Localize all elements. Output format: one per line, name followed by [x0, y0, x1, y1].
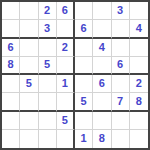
- cell-r3c2[interactable]: [20, 39, 38, 57]
- cell-r5c7[interactable]: [112, 75, 130, 93]
- cell-r5c4: 1: [57, 75, 75, 93]
- cell-r8c7[interactable]: [112, 130, 130, 148]
- cell-r8c4[interactable]: [57, 130, 75, 148]
- cell-r6c4[interactable]: [57, 93, 75, 111]
- cell-r8c1[interactable]: [2, 130, 20, 148]
- cell-r6c5: 5: [75, 93, 93, 111]
- cell-r4c6[interactable]: [93, 57, 111, 75]
- cell-r7c4: 5: [57, 112, 75, 130]
- cell-r2c2[interactable]: [20, 20, 38, 38]
- cell-r3c7[interactable]: [112, 39, 130, 57]
- cell-r2c4[interactable]: [57, 20, 75, 38]
- cell-r1c3: 2: [39, 2, 57, 20]
- cell-r8c8[interactable]: [130, 130, 148, 148]
- cell-r5c2: 5: [20, 75, 38, 93]
- cell-r6c3[interactable]: [39, 93, 57, 111]
- cell-r3c1: 6: [2, 39, 20, 57]
- cell-r2c7[interactable]: [112, 20, 130, 38]
- cell-r1c8[interactable]: [130, 2, 148, 20]
- cell-r6c2[interactable]: [20, 93, 38, 111]
- cell-r2c6[interactable]: [93, 20, 111, 38]
- cell-r7c6[interactable]: [93, 112, 111, 130]
- cell-r2c8: 4: [130, 20, 148, 38]
- cell-r5c3[interactable]: [39, 75, 57, 93]
- cell-r7c1[interactable]: [2, 112, 20, 130]
- cell-r2c3: 3: [39, 20, 57, 38]
- cell-r2c5: 6: [75, 20, 93, 38]
- cell-r1c4: 6: [57, 2, 75, 20]
- cell-r7c5[interactable]: [75, 112, 93, 130]
- cell-r4c4[interactable]: [57, 57, 75, 75]
- cell-r5c6: 6: [93, 75, 111, 93]
- cell-r3c8[interactable]: [130, 39, 148, 57]
- cell-r5c5[interactable]: [75, 75, 93, 93]
- cell-r3c6: 4: [93, 39, 111, 57]
- cell-r5c8: 2: [130, 75, 148, 93]
- cell-r1c2[interactable]: [20, 2, 38, 20]
- cell-r1c7: 3: [112, 2, 130, 20]
- cell-r4c7: 6: [112, 57, 130, 75]
- cell-r7c2[interactable]: [20, 112, 38, 130]
- cell-r1c5[interactable]: [75, 2, 93, 20]
- cell-r7c7[interactable]: [112, 112, 130, 130]
- cell-r4c1: 8: [2, 57, 20, 75]
- cell-r8c5: 1: [75, 130, 93, 148]
- cell-r1c1[interactable]: [2, 2, 20, 20]
- cell-r6c7: 7: [112, 93, 130, 111]
- cell-r1c6[interactable]: [93, 2, 111, 20]
- cell-r7c3[interactable]: [39, 112, 57, 130]
- sudoku-board: 2633646248565162578518: [0, 0, 150, 150]
- cell-r6c6[interactable]: [93, 93, 111, 111]
- cell-r3c5[interactable]: [75, 39, 93, 57]
- sudoku-puzzle: 2633646248565162578518: [0, 0, 150, 150]
- cell-r3c3[interactable]: [39, 39, 57, 57]
- cell-r4c5[interactable]: [75, 57, 93, 75]
- cell-r2c1[interactable]: [2, 20, 20, 38]
- cell-r6c8: 8: [130, 93, 148, 111]
- cell-r4c3: 5: [39, 57, 57, 75]
- cell-r8c2[interactable]: [20, 130, 38, 148]
- cell-r6c1[interactable]: [2, 93, 20, 111]
- cell-r8c3[interactable]: [39, 130, 57, 148]
- cell-r3c4: 2: [57, 39, 75, 57]
- cell-r5c1[interactable]: [2, 75, 20, 93]
- cell-r7c8[interactable]: [130, 112, 148, 130]
- cell-r4c8[interactable]: [130, 57, 148, 75]
- cell-r8c6: 8: [93, 130, 111, 148]
- cell-r4c2[interactable]: [20, 57, 38, 75]
